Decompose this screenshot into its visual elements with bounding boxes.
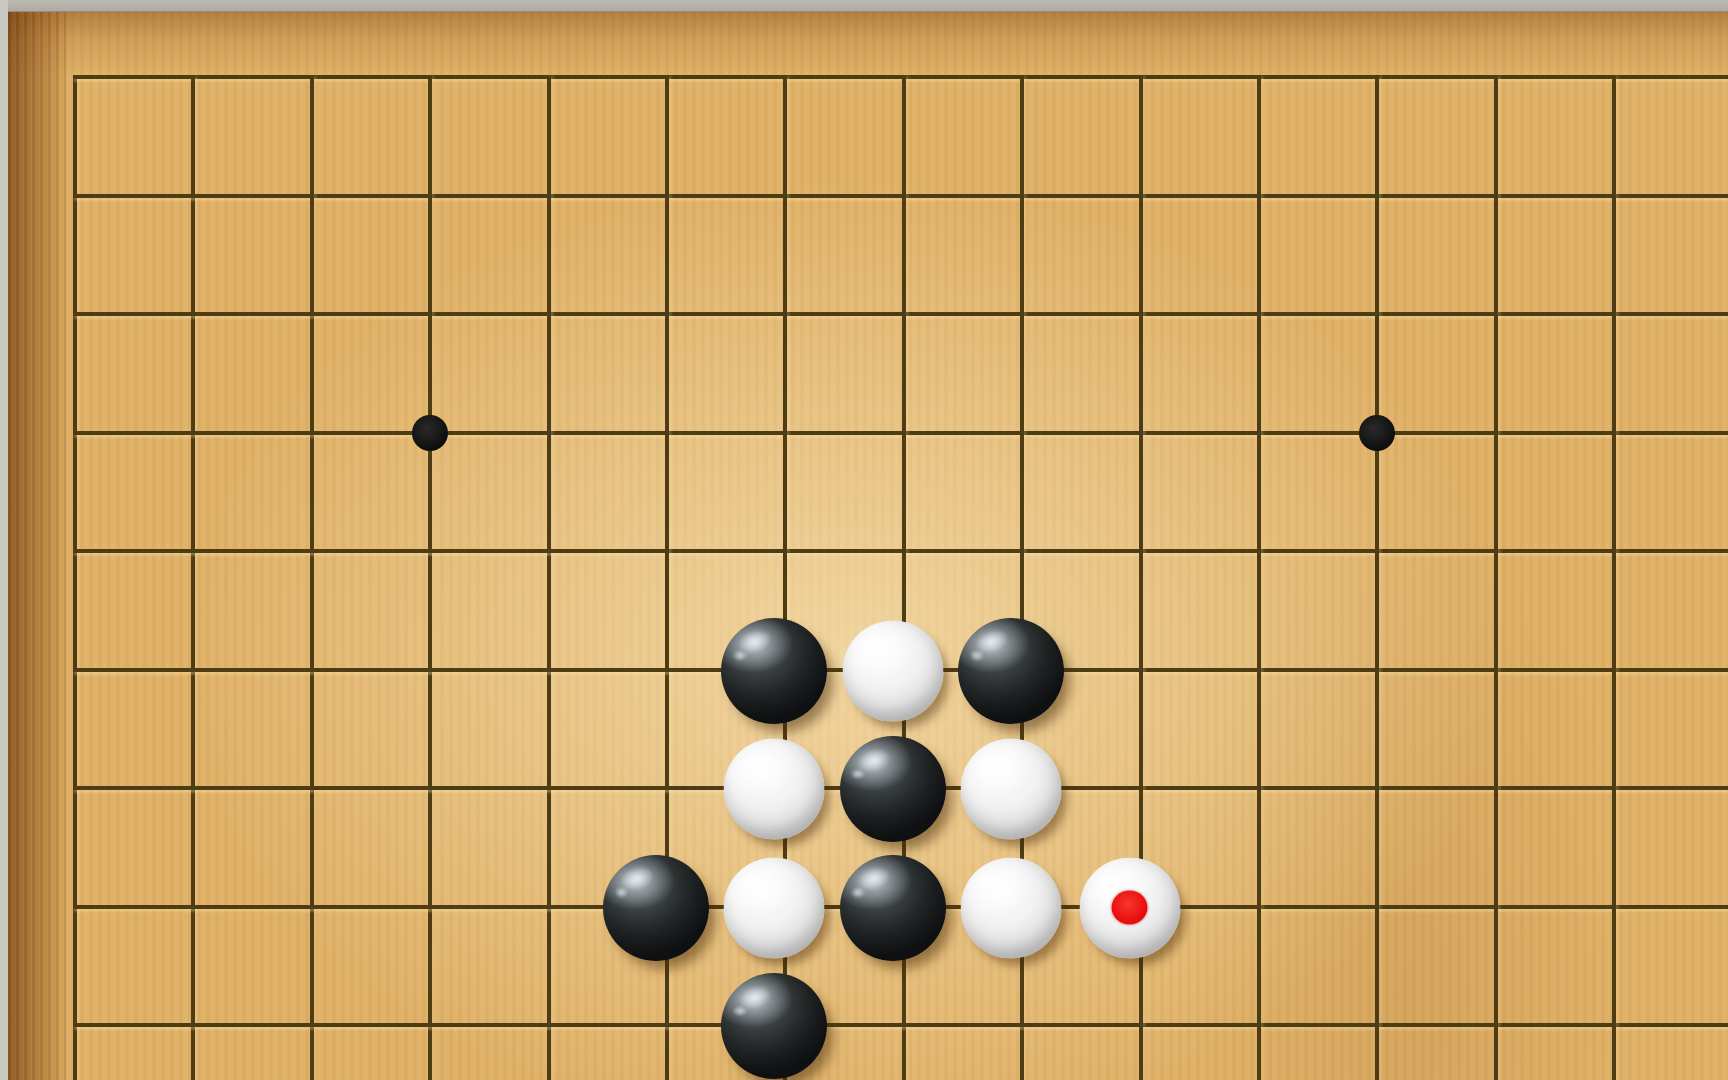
grid-line-horizontal [73,1023,1728,1027]
grid-line-vertical [310,75,314,1080]
stone-black [958,618,1064,724]
grid-line-vertical [1612,75,1616,1080]
stone-white [961,739,1062,840]
grid-line-vertical [1257,75,1261,1080]
stone-black [840,736,946,842]
goban-board[interactable] [8,11,1728,1080]
grid-line-horizontal [73,75,1728,79]
grid-line-vertical [191,75,195,1080]
grid-line-horizontal [73,431,1728,435]
stone-white [724,857,825,958]
stone-white [961,857,1062,958]
stone-black [840,855,946,961]
stone-white [842,620,943,721]
stone-white [724,739,825,840]
stone-black [721,618,827,724]
grid-line-horizontal [73,312,1728,316]
game-screen [0,0,1728,1080]
grid-line-vertical [428,75,432,1080]
grid-line-horizontal [73,194,1728,198]
stone-black [603,855,709,961]
window-edge-top [0,0,1728,12]
stone-white [1079,857,1180,958]
grid-line-vertical [73,75,77,1080]
stone-black [721,973,827,1079]
grid-line-vertical [547,75,551,1080]
grid-line-vertical [1375,75,1379,1080]
grid-line-horizontal [73,549,1728,553]
last-move-marker [1112,891,1148,925]
star-point [412,415,448,451]
star-point [1359,415,1395,451]
board-frame-grain [8,11,66,1080]
grid-line-vertical [1494,75,1498,1080]
window-edge-left [0,0,8,1080]
